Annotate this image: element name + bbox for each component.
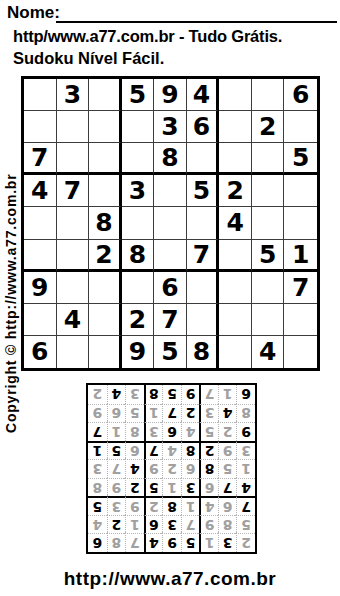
cell-r6c4: 8	[122, 240, 155, 272]
solution-cell-r7c9: 7	[88, 422, 107, 441]
solution-cell-r9c6: 8	[144, 385, 163, 404]
cell-r1c9: 6	[284, 79, 317, 111]
cell-r8c7[interactable]	[219, 304, 252, 336]
cell-r9c6: 8	[187, 336, 220, 368]
name-underline	[56, 6, 337, 23]
solution-cell-r8c8: 6	[107, 404, 126, 423]
cell-r8c8[interactable]	[252, 304, 285, 336]
solution-cell-r7c4: 4	[181, 422, 200, 441]
footer-url: http://www.a77.com.br	[0, 568, 340, 590]
cell-r9c9[interactable]	[284, 336, 317, 368]
solution-cell-r4c2: 7	[218, 478, 237, 497]
solution-cell-r3c7: 9	[125, 496, 144, 515]
cell-r3c3[interactable]	[89, 143, 122, 175]
solution-cell-r4c7: 2	[125, 478, 144, 497]
solution-cell-r4c4: 3	[181, 478, 200, 497]
solution-cell-r7c8: 1	[107, 422, 126, 441]
cell-r1c2: 3	[57, 79, 90, 111]
cell-r3c2[interactable]	[57, 143, 90, 175]
solution-cell-r3c4: 1	[181, 496, 200, 515]
cell-r2c1[interactable]	[24, 111, 57, 143]
sudoku-board: 3594636278547352842875196742769584	[21, 76, 320, 371]
cell-r7c9: 7	[284, 272, 317, 304]
cell-r2c5: 3	[154, 111, 187, 143]
solution-cell-r9c1: 6	[236, 385, 255, 404]
cell-r9c4: 9	[122, 336, 155, 368]
cell-r9c3[interactable]	[89, 336, 122, 368]
cell-r9c5: 5	[154, 336, 187, 368]
cell-r2c8: 2	[252, 111, 285, 143]
cell-r3c9: 5	[284, 143, 317, 175]
solution-cell-r8c6: 1	[144, 404, 163, 423]
solution-cell-r3c8: 3	[107, 496, 126, 515]
cell-r6c5[interactable]	[154, 240, 187, 272]
solution-cell-r2c4: 7	[181, 515, 200, 534]
puzzle-level-title: Sudoku Nível Fácil.	[13, 49, 164, 68]
cell-r6c7[interactable]	[219, 240, 252, 272]
solution-cell-r9c5: 5	[162, 385, 181, 404]
name-label: Nome:	[7, 3, 60, 23]
solution-cell-r6c7: 6	[125, 441, 144, 460]
cell-r5c3: 8	[89, 207, 122, 239]
solution-cell-r3c2: 6	[218, 496, 237, 515]
cell-r5c4[interactable]	[122, 207, 155, 239]
solution-cell-r1c6: 4	[144, 533, 163, 552]
solution-cell-r6c6: 7	[144, 441, 163, 460]
solution-cell-r7c7: 8	[125, 422, 144, 441]
cell-r3c5: 8	[154, 143, 187, 175]
solution-cell-r8c5: 7	[162, 404, 181, 423]
cell-r8c2: 4	[57, 304, 90, 336]
solution-cell-r1c9: 6	[88, 533, 107, 552]
cell-r8c6[interactable]	[187, 304, 220, 336]
solution-cell-r5c2: 5	[218, 459, 237, 478]
solution-cell-r5c5: 2	[162, 459, 181, 478]
solution-cell-r5c1: 1	[236, 459, 255, 478]
solution-cell-r3c1: 7	[236, 496, 255, 515]
solution-cell-r2c9: 4	[88, 515, 107, 534]
solution-cell-r3c5: 8	[162, 496, 181, 515]
cell-r8c9[interactable]	[284, 304, 317, 336]
site-title: http/www.a77.com.br - Tudo Grátis.	[13, 27, 282, 46]
cell-r4c4: 3	[122, 175, 155, 207]
solution-cell-r6c2: 9	[218, 441, 237, 460]
solution-cell-r2c6: 6	[144, 515, 163, 534]
cell-r6c6: 7	[187, 240, 220, 272]
cell-r4c1: 4	[24, 175, 57, 207]
solution-cell-r6c4: 8	[181, 441, 200, 460]
cell-r7c4[interactable]	[122, 272, 155, 304]
solution-cell-r9c8: 4	[107, 385, 126, 404]
cell-r7c6[interactable]	[187, 272, 220, 304]
cell-r4c2: 7	[57, 175, 90, 207]
cell-r3c1: 7	[24, 143, 57, 175]
solution-cell-r3c6: 2	[144, 496, 163, 515]
solution-cell-r1c7: 7	[125, 533, 144, 552]
solution-cell-r7c6: 3	[144, 422, 163, 441]
cell-r3c7[interactable]	[219, 143, 252, 175]
solution-cell-r1c3: 1	[199, 533, 218, 552]
cell-r6c3: 2	[89, 240, 122, 272]
solution-cell-r6c1: 3	[236, 441, 255, 460]
solution-cell-r8c4: 2	[181, 404, 200, 423]
cell-r2c4[interactable]	[122, 111, 155, 143]
cell-r8c5: 7	[154, 304, 187, 336]
cell-r2c9[interactable]	[284, 111, 317, 143]
solution-cell-r6c3: 2	[199, 441, 218, 460]
copyright-vertical-text: Copyright © http://www.a77.com.br	[3, 174, 19, 433]
solution-cell-r2c5: 3	[162, 515, 181, 534]
solution-cell-r4c9: 8	[88, 478, 107, 497]
cell-r5c8[interactable]	[252, 207, 285, 239]
cell-r1c6: 4	[187, 79, 220, 111]
cell-r4c8[interactable]	[252, 175, 285, 207]
cell-r6c8: 5	[252, 240, 285, 272]
solution-cell-r1c4: 5	[181, 533, 200, 552]
cell-r4c3[interactable]	[89, 175, 122, 207]
solution-cell-r2c3: 9	[199, 515, 218, 534]
cell-r9c2[interactable]	[57, 336, 90, 368]
solution-cell-r4c8: 9	[107, 478, 126, 497]
solution-cell-r5c6: 9	[144, 459, 163, 478]
solution-cell-r4c3: 6	[199, 478, 218, 497]
solution-cell-r1c8: 8	[107, 533, 126, 552]
cell-r6c9: 1	[284, 240, 317, 272]
cell-r3c6[interactable]	[187, 143, 220, 175]
solution-cell-r6c9: 1	[88, 441, 107, 460]
cell-r7c7[interactable]	[219, 272, 252, 304]
cell-r5c6[interactable]	[187, 207, 220, 239]
cell-r2c2[interactable]	[57, 111, 90, 143]
cell-r3c8[interactable]	[252, 143, 285, 175]
cell-r5c2[interactable]	[57, 207, 90, 239]
solution-cell-r1c2: 3	[218, 533, 237, 552]
cell-r6c1[interactable]	[24, 240, 57, 272]
cell-r5c5[interactable]	[154, 207, 187, 239]
cell-r5c9[interactable]	[284, 207, 317, 239]
cell-r1c1[interactable]	[24, 79, 57, 111]
solution-cell-r3c3: 4	[199, 496, 218, 515]
solution-cell-r5c8: 7	[107, 459, 126, 478]
solution-cell-r8c3: 3	[199, 404, 218, 423]
cell-r4c6: 5	[187, 175, 220, 207]
cell-r1c5: 9	[154, 79, 187, 111]
solution-cell-r2c7: 1	[125, 515, 144, 534]
solution-cell-r9c3: 7	[199, 385, 218, 404]
solution-cell-r5c3: 8	[199, 459, 218, 478]
cell-r2c7[interactable]	[219, 111, 252, 143]
solution-cell-r7c5: 6	[162, 422, 181, 441]
cell-r4c7: 2	[219, 175, 252, 207]
solution-cell-r8c1: 8	[236, 404, 255, 423]
solution-cell-r4c5: 1	[162, 478, 181, 497]
sudoku-solution-board: 2315947865897361247641829354763152981586…	[86, 383, 257, 554]
cell-r9c8: 4	[252, 336, 285, 368]
cell-r1c4: 5	[122, 79, 155, 111]
solution-cell-r9c7: 3	[125, 385, 144, 404]
cell-r1c8[interactable]	[252, 79, 285, 111]
solution-cell-r4c6: 5	[144, 478, 163, 497]
solution-cell-r6c8: 5	[107, 441, 126, 460]
solution-cell-r5c7: 4	[125, 459, 144, 478]
solution-cell-r1c5: 9	[162, 533, 181, 552]
solution-cell-r9c2: 1	[218, 385, 237, 404]
cell-r7c2[interactable]	[57, 272, 90, 304]
cell-r9c7[interactable]	[219, 336, 252, 368]
cell-r1c3[interactable]	[89, 79, 122, 111]
solution-cell-r8c9: 9	[88, 404, 107, 423]
cell-r7c5: 6	[154, 272, 187, 304]
solution-cell-r5c4: 6	[181, 459, 200, 478]
cell-r5c7: 4	[219, 207, 252, 239]
solution-cell-r4c1: 4	[236, 478, 255, 497]
solution-cell-r6c5: 4	[162, 441, 181, 460]
cell-r7c1: 9	[24, 272, 57, 304]
cell-r2c6: 6	[187, 111, 220, 143]
cell-r2c3[interactable]	[89, 111, 122, 143]
solution-cell-r7c2: 2	[218, 422, 237, 441]
solution-cell-r1c1: 2	[236, 533, 255, 552]
solution-cell-r2c8: 2	[107, 515, 126, 534]
solution-cell-r8c7: 5	[125, 404, 144, 423]
cell-r7c3[interactable]	[89, 272, 122, 304]
cell-r7c8[interactable]	[252, 272, 285, 304]
cell-r8c1[interactable]	[24, 304, 57, 336]
solution-cell-r7c3: 5	[199, 422, 218, 441]
cell-r4c9[interactable]	[284, 175, 317, 207]
cell-r3c4[interactable]	[122, 143, 155, 175]
cell-r1c7[interactable]	[219, 79, 252, 111]
solution-cell-r8c2: 4	[218, 404, 237, 423]
solution-cell-r2c2: 8	[218, 515, 237, 534]
cell-r5c1[interactable]	[24, 207, 57, 239]
solution-cell-r5c9: 3	[88, 459, 107, 478]
solution-cell-r3c9: 5	[88, 496, 107, 515]
solution-cell-r9c4: 9	[181, 385, 200, 404]
cell-r9c1: 6	[24, 336, 57, 368]
solution-cell-r7c1: 9	[236, 422, 255, 441]
cell-r4c5[interactable]	[154, 175, 187, 207]
solution-cell-r2c1: 5	[236, 515, 255, 534]
cell-r8c4: 2	[122, 304, 155, 336]
solution-cell-r9c9: 2	[88, 385, 107, 404]
cell-r6c2[interactable]	[57, 240, 90, 272]
cell-r8c3[interactable]	[89, 304, 122, 336]
